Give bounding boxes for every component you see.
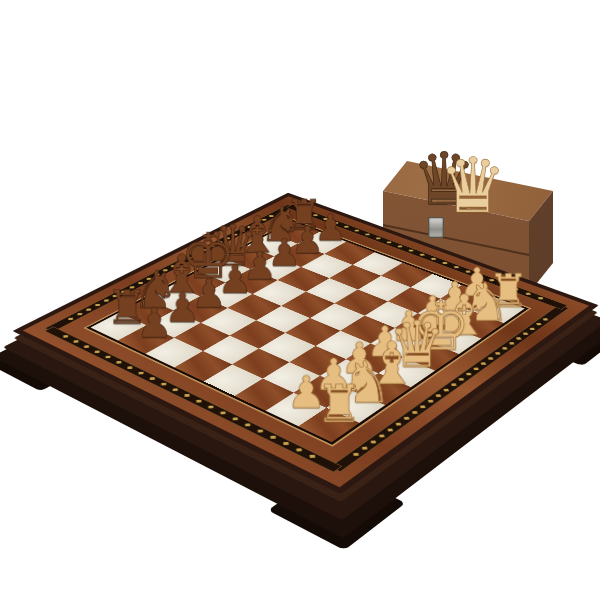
chess-board: ◆◆◆◆◆◆◆◆◆◆◆◆◆◆◆◆◆◆◆◆◆◆◆◆◆◆ ◆◆◆◆◆◆◆◆◆◆◆◆◆… — [24, 197, 588, 486]
board-scene: ◆◆◆◆◆◆◆◆◆◆◆◆◆◆◆◆◆◆◆◆◆◆◆◆◆◆ ◆◆◆◆◆◆◆◆◆◆◆◆◆… — [0, 0, 600, 600]
black-pawn-piece: ♟ — [136, 302, 173, 343]
chess-set-photo: ♛ ♛ ◆◆◆◆◆◆◆◆◆◆◆◆◆◆◆◆◆◆◆◆◆◆◆◆◆◆ ◆◆◆◆◆◆◆◆◆… — [0, 0, 600, 600]
white-rook-piece: ♜ — [316, 378, 363, 430]
board-surface: ◆◆◆◆◆◆◆◆◆◆◆◆◆◆◆◆◆◆◆◆◆◆◆◆◆◆ ◆◆◆◆◆◆◆◆◆◆◆◆◆… — [13, 193, 599, 495]
board-border: ◆◆◆◆◆◆◆◆◆◆◆◆◆◆◆◆◆◆◆◆◆◆◆◆◆◆ ◆◆◆◆◆◆◆◆◆◆◆◆◆… — [23, 196, 589, 487]
